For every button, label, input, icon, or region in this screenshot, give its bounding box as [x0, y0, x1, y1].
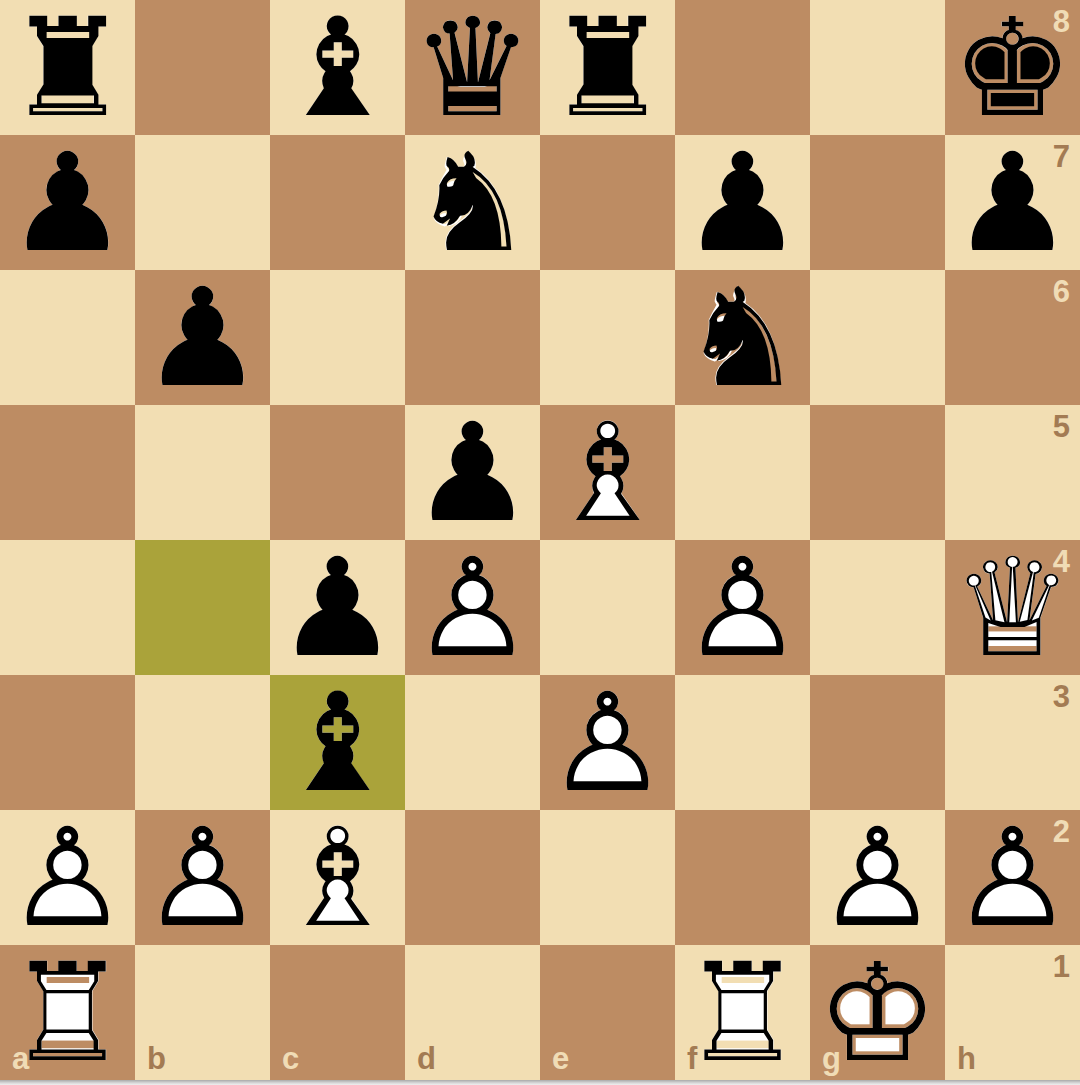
square-g5[interactable]: [810, 405, 945, 540]
piece-white-bishop-e5[interactable]: ♝♗: [540, 405, 675, 540]
piece-black-king-h8[interactable]: ♔♚: [945, 0, 1080, 135]
white-rook-icon: ♜: [675, 945, 810, 1080]
square-c2[interactable]: ♝♗: [270, 810, 405, 945]
piece-white-pawn-b2[interactable]: ♟♙: [135, 810, 270, 945]
file-label-e: e: [552, 1043, 569, 1074]
square-b1[interactable]: b: [135, 945, 270, 1080]
piece-white-king-g1[interactable]: ♚♔: [810, 945, 945, 1080]
black-queen-icon: ♕: [405, 0, 540, 135]
square-f6[interactable]: ♘♞: [675, 270, 810, 405]
black-bishop-icon: ♗: [270, 675, 405, 810]
square-a1[interactable]: ♜♖a: [0, 945, 135, 1080]
piece-black-pawn-h7[interactable]: ♙♟: [945, 135, 1080, 270]
white-pawn-icon: ♟: [675, 540, 810, 675]
square-h2[interactable]: ♟♙2: [945, 810, 1080, 945]
white-bishop-icon: ♝: [540, 405, 675, 540]
white-pawn-icon: ♟: [945, 810, 1080, 945]
square-b2[interactable]: ♟♙: [135, 810, 270, 945]
square-h3[interactable]: 3: [945, 675, 1080, 810]
black-rook-icon: ♜: [540, 0, 675, 135]
square-e7[interactable]: [540, 135, 675, 270]
square-a4[interactable]: [0, 540, 135, 675]
piece-black-pawn-f7[interactable]: ♙♟: [675, 135, 810, 270]
black-pawn-icon: ♟: [945, 135, 1080, 270]
square-a2[interactable]: ♟♙: [0, 810, 135, 945]
white-bishop-icon: ♗: [270, 810, 405, 945]
white-bishop-icon: ♗: [540, 405, 675, 540]
piece-white-bishop-c2[interactable]: ♝♗: [270, 810, 405, 945]
black-pawn-icon: ♙: [0, 135, 135, 270]
square-c4[interactable]: ♙♟: [270, 540, 405, 675]
square-e2[interactable]: [540, 810, 675, 945]
white-pawn-icon: ♙: [0, 810, 135, 945]
rank-label-6: 6: [1053, 276, 1070, 307]
square-d4[interactable]: ♟♙: [405, 540, 540, 675]
white-pawn-icon: ♟: [135, 810, 270, 945]
black-pawn-icon: ♟: [135, 270, 270, 405]
file-label-b: b: [147, 1043, 166, 1074]
square-d3[interactable]: [405, 675, 540, 810]
black-bishop-icon: ♝: [270, 0, 405, 135]
square-d7[interactable]: ♘♞: [405, 135, 540, 270]
square-g1[interactable]: ♚♔g: [810, 945, 945, 1080]
black-rook-icon: ♜: [0, 0, 135, 135]
white-rook-icon: ♜: [0, 945, 135, 1080]
white-rook-icon: ♖: [0, 945, 135, 1080]
black-pawn-icon: ♙: [405, 405, 540, 540]
square-g6[interactable]: [810, 270, 945, 405]
piece-white-pawn-a2[interactable]: ♟♙: [0, 810, 135, 945]
square-f1[interactable]: ♜♖f: [675, 945, 810, 1080]
piece-black-knight-d7[interactable]: ♘♞: [405, 135, 540, 270]
board-bottom-shadow: [0, 1080, 1080, 1085]
square-c3[interactable]: ♗♝: [270, 675, 405, 810]
square-e5[interactable]: ♝♗: [540, 405, 675, 540]
square-c7[interactable]: [270, 135, 405, 270]
square-e1[interactable]: e: [540, 945, 675, 1080]
square-g4[interactable]: [810, 540, 945, 675]
black-pawn-icon: ♟: [405, 405, 540, 540]
square-g2[interactable]: ♟♙: [810, 810, 945, 945]
chess-board: ♖♜♗♝♕♛♖♜♔♚8♙♟♘♞♙♟♙♟7♙♟♘♞6♙♟♝♗5♙♟♟♙♟♙♛♕4♗…: [0, 0, 1080, 1080]
square-c1[interactable]: c: [270, 945, 405, 1080]
black-rook-icon: ♖: [0, 0, 135, 135]
square-f5[interactable]: [675, 405, 810, 540]
white-pawn-icon: ♟: [405, 540, 540, 675]
white-pawn-icon: ♟: [810, 810, 945, 945]
square-e4[interactable]: [540, 540, 675, 675]
square-h1[interactable]: h1: [945, 945, 1080, 1080]
white-queen-icon: ♕: [945, 540, 1080, 675]
piece-white-rook-f1[interactable]: ♜♖: [675, 945, 810, 1080]
square-a7[interactable]: ♙♟: [0, 135, 135, 270]
square-d8[interactable]: ♕♛: [405, 0, 540, 135]
square-b6[interactable]: ♙♟: [135, 270, 270, 405]
white-pawn-icon: ♟: [540, 675, 675, 810]
piece-white-pawn-h2[interactable]: ♟♙: [945, 810, 1080, 945]
white-pawn-icon: ♙: [810, 810, 945, 945]
square-b3[interactable]: [135, 675, 270, 810]
piece-white-queen-h4[interactable]: ♛♕: [945, 540, 1080, 675]
black-knight-icon: ♞: [675, 270, 810, 405]
black-pawn-icon: ♙: [135, 270, 270, 405]
piece-black-knight-f6[interactable]: ♘♞: [675, 270, 810, 405]
rank-label-1: 1: [1053, 951, 1070, 982]
square-b7[interactable]: [135, 135, 270, 270]
black-king-icon: ♔: [945, 0, 1080, 135]
black-pawn-icon: ♟: [270, 540, 405, 675]
chess-board-wrap: ♖♜♗♝♕♛♖♜♔♚8♙♟♘♞♙♟♙♟7♙♟♘♞6♙♟♝♗5♙♟♟♙♟♙♛♕4♗…: [0, 0, 1080, 1085]
white-pawn-icon: ♙: [675, 540, 810, 675]
piece-white-pawn-e3[interactable]: ♟♙: [540, 675, 675, 810]
square-f4[interactable]: ♟♙: [675, 540, 810, 675]
square-h5[interactable]: 5: [945, 405, 1080, 540]
square-g7[interactable]: [810, 135, 945, 270]
square-a8[interactable]: ♖♜: [0, 0, 135, 135]
piece-white-pawn-g2[interactable]: ♟♙: [810, 810, 945, 945]
white-pawn-icon: ♙: [135, 810, 270, 945]
square-f7[interactable]: ♙♟: [675, 135, 810, 270]
square-h7[interactable]: ♙♟7: [945, 135, 1080, 270]
rank-label-3: 3: [1053, 681, 1070, 712]
square-h4[interactable]: ♛♕4: [945, 540, 1080, 675]
square-g8[interactable]: [810, 0, 945, 135]
black-rook-icon: ♖: [540, 0, 675, 135]
piece-black-pawn-c4[interactable]: ♙♟: [270, 540, 405, 675]
white-king-icon: ♚: [810, 945, 945, 1080]
black-pawn-icon: ♙: [675, 135, 810, 270]
piece-black-bishop-c8[interactable]: ♗♝: [270, 0, 405, 135]
white-pawn-icon: ♟: [0, 810, 135, 945]
black-pawn-icon: ♙: [945, 135, 1080, 270]
black-queen-icon: ♛: [405, 0, 540, 135]
piece-white-rook-a1[interactable]: ♜♖: [0, 945, 135, 1080]
white-pawn-icon: ♙: [405, 540, 540, 675]
white-bishop-icon: ♝: [270, 810, 405, 945]
black-pawn-icon: ♟: [0, 135, 135, 270]
square-f3[interactable]: [675, 675, 810, 810]
piece-black-pawn-a7[interactable]: ♙♟: [0, 135, 135, 270]
square-a3[interactable]: [0, 675, 135, 810]
piece-white-pawn-f4[interactable]: ♟♙: [675, 540, 810, 675]
square-c5[interactable]: [270, 405, 405, 540]
black-knight-icon: ♘: [405, 135, 540, 270]
white-rook-icon: ♖: [675, 945, 810, 1080]
white-king-icon: ♔: [810, 945, 945, 1080]
square-b5[interactable]: [135, 405, 270, 540]
black-knight-icon: ♞: [405, 135, 540, 270]
white-queen-icon: ♛: [945, 540, 1080, 675]
black-pawn-icon: ♙: [270, 540, 405, 675]
square-e3[interactable]: ♟♙: [540, 675, 675, 810]
square-c6[interactable]: [270, 270, 405, 405]
rank-label-5: 5: [1053, 411, 1070, 442]
square-b8[interactable]: [135, 0, 270, 135]
square-d2[interactable]: [405, 810, 540, 945]
square-e8[interactable]: ♖♜: [540, 0, 675, 135]
black-bishop-icon: ♗: [270, 0, 405, 135]
square-d1[interactable]: d: [405, 945, 540, 1080]
piece-black-rook-e8[interactable]: ♖♜: [540, 0, 675, 135]
white-pawn-icon: ♙: [945, 810, 1080, 945]
square-c8[interactable]: ♗♝: [270, 0, 405, 135]
black-pawn-icon: ♟: [675, 135, 810, 270]
square-d5[interactable]: ♙♟: [405, 405, 540, 540]
square-h8[interactable]: ♔♚8: [945, 0, 1080, 135]
file-label-h: h: [957, 1043, 976, 1074]
white-pawn-icon: ♙: [540, 675, 675, 810]
piece-black-bishop-c3[interactable]: ♗♝: [270, 675, 405, 810]
piece-black-rook-a8[interactable]: ♖♜: [0, 0, 135, 135]
file-label-d: d: [417, 1043, 436, 1074]
black-knight-icon: ♘: [675, 270, 810, 405]
piece-black-pawn-b6[interactable]: ♙♟: [135, 270, 270, 405]
square-h6[interactable]: 6: [945, 270, 1080, 405]
square-b4[interactable]: [135, 540, 270, 675]
square-g3[interactable]: [810, 675, 945, 810]
square-a6[interactable]: [0, 270, 135, 405]
square-e6[interactable]: [540, 270, 675, 405]
file-label-c: c: [282, 1043, 299, 1074]
square-a5[interactable]: [0, 405, 135, 540]
piece-black-queen-d8[interactable]: ♕♛: [405, 0, 540, 135]
square-f8[interactable]: [675, 0, 810, 135]
square-f2[interactable]: [675, 810, 810, 945]
black-bishop-icon: ♝: [270, 675, 405, 810]
square-d6[interactable]: [405, 270, 540, 405]
black-king-icon: ♚: [945, 0, 1080, 135]
piece-white-pawn-d4[interactable]: ♟♙: [405, 540, 540, 675]
piece-black-pawn-d5[interactable]: ♙♟: [405, 405, 540, 540]
